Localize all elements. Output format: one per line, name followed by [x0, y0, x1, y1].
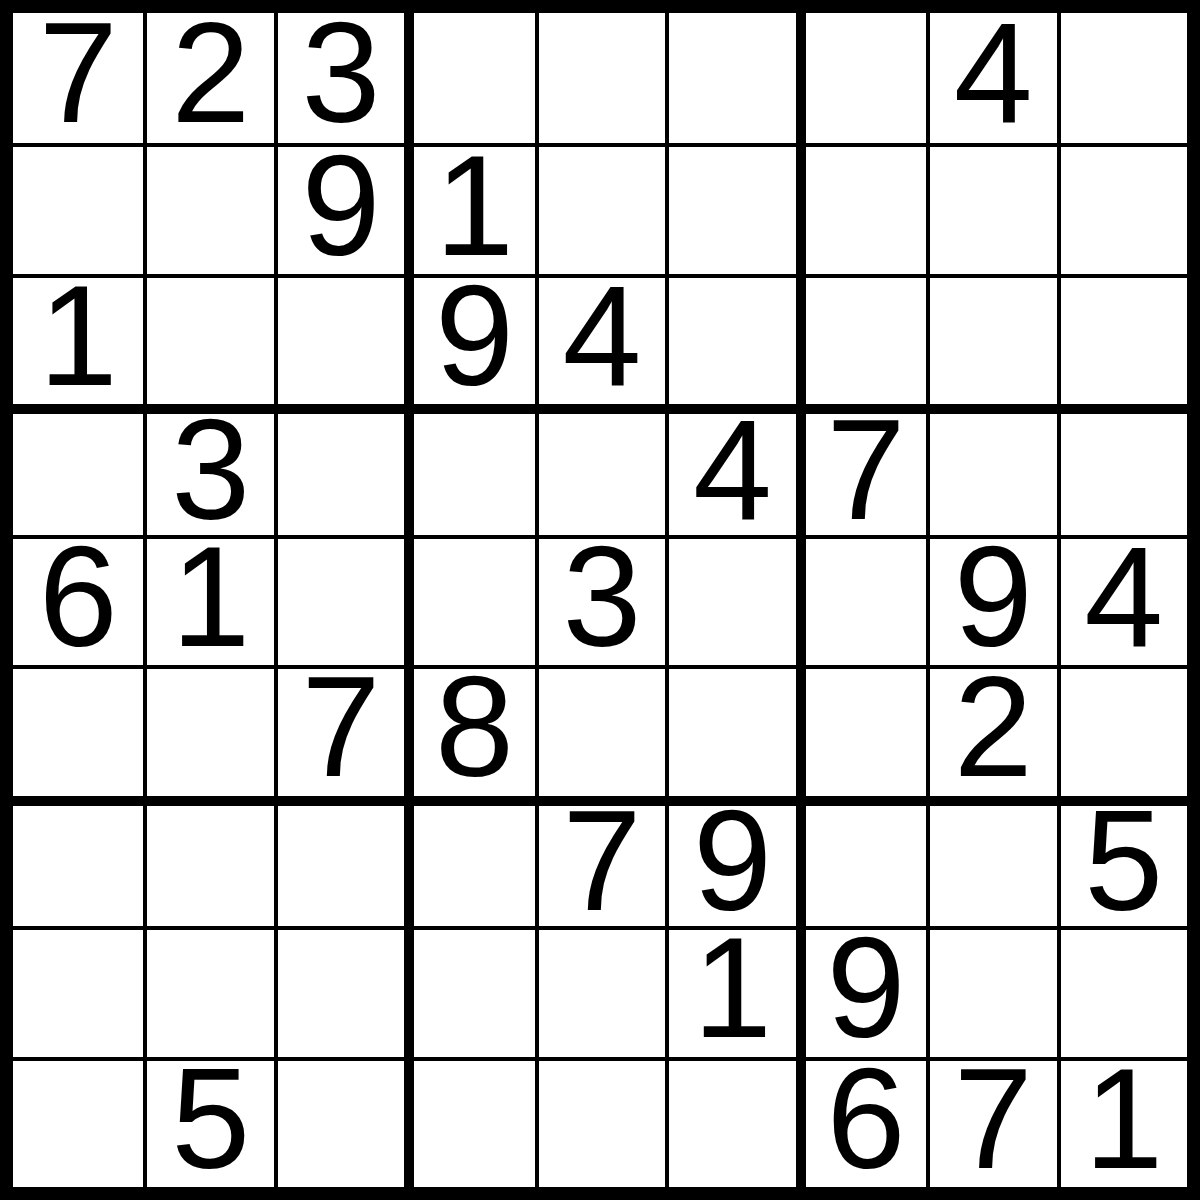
cell-r1c1[interactable]: 7 [13, 13, 143, 143]
cell-r9c4[interactable] [404, 1057, 534, 1187]
cell-r9c2[interactable]: 5 [143, 1057, 273, 1187]
cell-r2c6[interactable] [665, 143, 795, 273]
cell-r9c8[interactable]: 7 [926, 1057, 1056, 1187]
cell-r6c1[interactable] [13, 665, 143, 795]
cell-r6c7[interactable] [796, 665, 926, 795]
cell-r5c1[interactable]: 6 [13, 535, 143, 665]
cell-r6c9[interactable] [1057, 665, 1187, 795]
cell-r9c1[interactable] [13, 1057, 143, 1187]
cell-r6c5[interactable] [535, 665, 665, 795]
cell-r4c3[interactable] [274, 404, 404, 534]
cell-r7c8[interactable] [926, 796, 1056, 926]
cell-r8c6[interactable]: 1 [665, 926, 795, 1056]
cell-r2c2[interactable] [143, 143, 273, 273]
cell-r2c3[interactable]: 9 [274, 143, 404, 273]
cell-r1c7[interactable] [796, 13, 926, 143]
cell-r7c3[interactable] [274, 796, 404, 926]
cell-r9c9[interactable]: 1 [1057, 1057, 1187, 1187]
cell-r2c1[interactable] [13, 143, 143, 273]
cell-r5c3[interactable] [274, 535, 404, 665]
cell-r1c2[interactable]: 2 [143, 13, 273, 143]
cell-r8c5[interactable] [535, 926, 665, 1056]
cell-r4c9[interactable] [1057, 404, 1187, 534]
cell-r4c6[interactable]: 4 [665, 404, 795, 534]
cell-r5c9[interactable]: 4 [1057, 535, 1187, 665]
cell-r3c9[interactable] [1057, 274, 1187, 404]
cell-r6c3[interactable]: 7 [274, 665, 404, 795]
cell-r1c9[interactable] [1057, 13, 1187, 143]
cell-r8c7[interactable]: 9 [796, 926, 926, 1056]
cell-r8c1[interactable] [13, 926, 143, 1056]
cell-r3c1[interactable]: 1 [13, 274, 143, 404]
cell-r4c5[interactable] [535, 404, 665, 534]
cell-r4c2[interactable]: 3 [143, 404, 273, 534]
cell-r5c4[interactable] [404, 535, 534, 665]
cell-r8c3[interactable] [274, 926, 404, 1056]
cell-r3c8[interactable] [926, 274, 1056, 404]
cell-r4c1[interactable] [13, 404, 143, 534]
cell-r6c4[interactable]: 8 [404, 665, 534, 795]
cell-r5c7[interactable] [796, 535, 926, 665]
cell-r8c2[interactable] [143, 926, 273, 1056]
cell-r5c6[interactable] [665, 535, 795, 665]
cell-r7c5[interactable]: 7 [535, 796, 665, 926]
cell-r3c7[interactable] [796, 274, 926, 404]
cell-r7c4[interactable] [404, 796, 534, 926]
cell-r8c8[interactable] [926, 926, 1056, 1056]
cell-r5c5[interactable]: 3 [535, 535, 665, 665]
cell-r7c2[interactable] [143, 796, 273, 926]
cell-r5c2[interactable]: 1 [143, 535, 273, 665]
cell-r2c4[interactable]: 1 [404, 143, 534, 273]
cell-r9c7[interactable]: 6 [796, 1057, 926, 1187]
cell-r2c5[interactable] [535, 143, 665, 273]
sudoku-board: 7 2 3 4 9 1 1 9 4 3 4 7 6 1 3 9 4 7 8 2 [0, 0, 1200, 1200]
cell-r6c2[interactable] [143, 665, 273, 795]
cell-r1c6[interactable] [665, 13, 795, 143]
cell-r2c7[interactable] [796, 143, 926, 273]
cell-r1c4[interactable] [404, 13, 534, 143]
cell-r8c4[interactable] [404, 926, 534, 1056]
cell-r7c1[interactable] [13, 796, 143, 926]
cell-r2c9[interactable] [1057, 143, 1187, 273]
cell-r3c4[interactable]: 9 [404, 274, 534, 404]
cell-r1c8[interactable]: 4 [926, 13, 1056, 143]
cell-r7c7[interactable] [796, 796, 926, 926]
cell-r6c6[interactable] [665, 665, 795, 795]
cell-r3c3[interactable] [274, 274, 404, 404]
cell-r1c5[interactable] [535, 13, 665, 143]
cell-r1c3[interactable]: 3 [274, 13, 404, 143]
cell-r4c4[interactable] [404, 404, 534, 534]
cell-r3c6[interactable] [665, 274, 795, 404]
cell-r9c6[interactable] [665, 1057, 795, 1187]
cell-r9c5[interactable] [535, 1057, 665, 1187]
cell-r8c9[interactable] [1057, 926, 1187, 1056]
cell-r5c8[interactable]: 9 [926, 535, 1056, 665]
cell-r7c9[interactable]: 5 [1057, 796, 1187, 926]
cell-r3c2[interactable] [143, 274, 273, 404]
cell-r7c6[interactable]: 9 [665, 796, 795, 926]
cell-r2c8[interactable] [926, 143, 1056, 273]
cell-r3c5[interactable]: 4 [535, 274, 665, 404]
cell-r4c8[interactable] [926, 404, 1056, 534]
cell-r4c7[interactable]: 7 [796, 404, 926, 534]
cell-r6c8[interactable]: 2 [926, 665, 1056, 795]
cell-r9c3[interactable] [274, 1057, 404, 1187]
